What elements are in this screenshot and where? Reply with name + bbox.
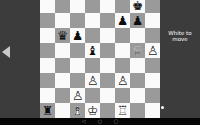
square-f6[interactable] <box>115 28 130 43</box>
square-e3[interactable] <box>100 73 115 88</box>
square-d4[interactable] <box>85 58 100 73</box>
piece-black-queen: ♛ <box>55 28 70 43</box>
square-d3[interactable]: ♟♙ <box>85 73 100 88</box>
square-e2[interactable] <box>100 88 115 103</box>
square-g6[interactable] <box>130 28 145 43</box>
square-f8[interactable] <box>115 0 130 13</box>
square-g4[interactable] <box>130 58 145 73</box>
square-c5[interactable] <box>70 43 85 58</box>
square-b6[interactable]: ♛ <box>55 28 70 43</box>
square-d2[interactable] <box>85 88 100 103</box>
square-a1[interactable]: ♜ <box>40 103 55 118</box>
square-h5[interactable]: ♟♙ <box>145 43 160 58</box>
piece-white-rook: ♖ <box>115 103 130 118</box>
square-g5[interactable]: ♛♕ <box>130 43 145 58</box>
square-c7[interactable] <box>70 13 85 28</box>
square-f7[interactable]: ♟ <box>115 13 130 28</box>
square-e5[interactable] <box>100 43 115 58</box>
square-d5[interactable]: ♝ <box>85 43 100 58</box>
square-f5[interactable] <box>115 43 130 58</box>
square-c2[interactable]: ♟♙ <box>70 88 85 103</box>
recents-icon[interactable]: ▢ <box>114 119 119 124</box>
piece-white-king: ♔ <box>85 103 100 118</box>
square-h1[interactable] <box>145 103 160 118</box>
piece-white-pawn: ♙ <box>115 73 130 88</box>
square-h7[interactable] <box>145 13 160 28</box>
square-a7[interactable] <box>40 13 55 28</box>
home-icon[interactable]: ○ <box>97 119 101 124</box>
piece-white-pawn: ♙ <box>145 43 160 58</box>
square-e4[interactable] <box>100 58 115 73</box>
square-h4[interactable] <box>145 58 160 73</box>
square-h3[interactable] <box>145 73 160 88</box>
piece-white-queen: ♕ <box>130 43 145 58</box>
square-g8[interactable]: ♚ <box>130 0 145 13</box>
piece-black-bishop: ♝ <box>85 43 100 58</box>
square-c4[interactable] <box>70 58 85 73</box>
piece-black-pawn: ♟ <box>70 28 85 43</box>
square-f3[interactable]: ♟♙ <box>115 73 130 88</box>
square-b3[interactable] <box>55 73 70 88</box>
piece-black-pawn: ♟ <box>115 13 130 28</box>
square-e1[interactable] <box>100 103 115 118</box>
square-f2[interactable] <box>115 88 130 103</box>
android-nav-bar: ◁ ○ ▢ <box>0 118 200 125</box>
square-h6[interactable] <box>145 28 160 43</box>
square-a6[interactable] <box>40 28 55 43</box>
square-b4[interactable] <box>55 58 70 73</box>
square-f4[interactable] <box>115 58 130 73</box>
square-b1[interactable] <box>55 103 70 118</box>
square-f1[interactable]: ♜♖ <box>115 103 130 118</box>
app-screen: ♚♟♟♛♟♝♛♕♟♙♟♙♟♙♟♙♜♝♗♚♔♜♖ White to move ? … <box>0 0 200 125</box>
square-e8[interactable] <box>100 0 115 13</box>
square-d7[interactable] <box>85 13 100 28</box>
right-panel: White to move ? ≡ 700 / 810 64:37 <box>160 0 200 118</box>
piece-white-pawn: ♙ <box>85 73 100 88</box>
square-d6[interactable] <box>85 28 100 43</box>
square-c3[interactable] <box>70 73 85 88</box>
piece-white-bishop: ♗ <box>70 103 85 118</box>
piece-white-pawn: ♙ <box>70 88 85 103</box>
square-c1[interactable]: ♝♗ <box>70 103 85 118</box>
square-e7[interactable] <box>100 13 115 28</box>
square-b8[interactable] <box>55 0 70 13</box>
square-h2[interactable] <box>145 88 160 103</box>
square-e6[interactable] <box>100 28 115 43</box>
square-b7[interactable] <box>55 13 70 28</box>
piece-black-king: ♚ <box>130 0 145 13</box>
square-a8[interactable] <box>40 0 55 13</box>
back-icon[interactable]: ◁ <box>82 119 86 124</box>
square-c6[interactable]: ♟ <box>70 28 85 43</box>
square-b2[interactable] <box>55 88 70 103</box>
left-panel <box>0 0 40 118</box>
square-c8[interactable] <box>70 0 85 13</box>
side-to-move-label: White to move <box>160 30 200 42</box>
square-a4[interactable] <box>40 58 55 73</box>
square-a5[interactable] <box>40 43 55 58</box>
square-g1[interactable] <box>130 103 145 118</box>
square-b5[interactable] <box>55 43 70 58</box>
piece-black-pawn: ♟ <box>130 13 145 28</box>
chess-board: ♚♟♟♛♟♝♛♕♟♙♟♙♟♙♟♙♜♝♗♚♔♜♖ <box>40 0 160 118</box>
square-d1[interactable]: ♚♔ <box>85 103 100 118</box>
square-g7[interactable]: ♟ <box>130 13 145 28</box>
notification-dot <box>161 106 164 109</box>
previous-puzzle-chevron-icon[interactable] <box>2 46 10 58</box>
piece-black-rook: ♜ <box>40 103 55 118</box>
square-d8[interactable] <box>85 0 100 13</box>
square-a2[interactable] <box>40 88 55 103</box>
square-g3[interactable] <box>130 73 145 88</box>
square-h8[interactable] <box>145 0 160 13</box>
square-g2[interactable] <box>130 88 145 103</box>
square-a3[interactable] <box>40 73 55 88</box>
